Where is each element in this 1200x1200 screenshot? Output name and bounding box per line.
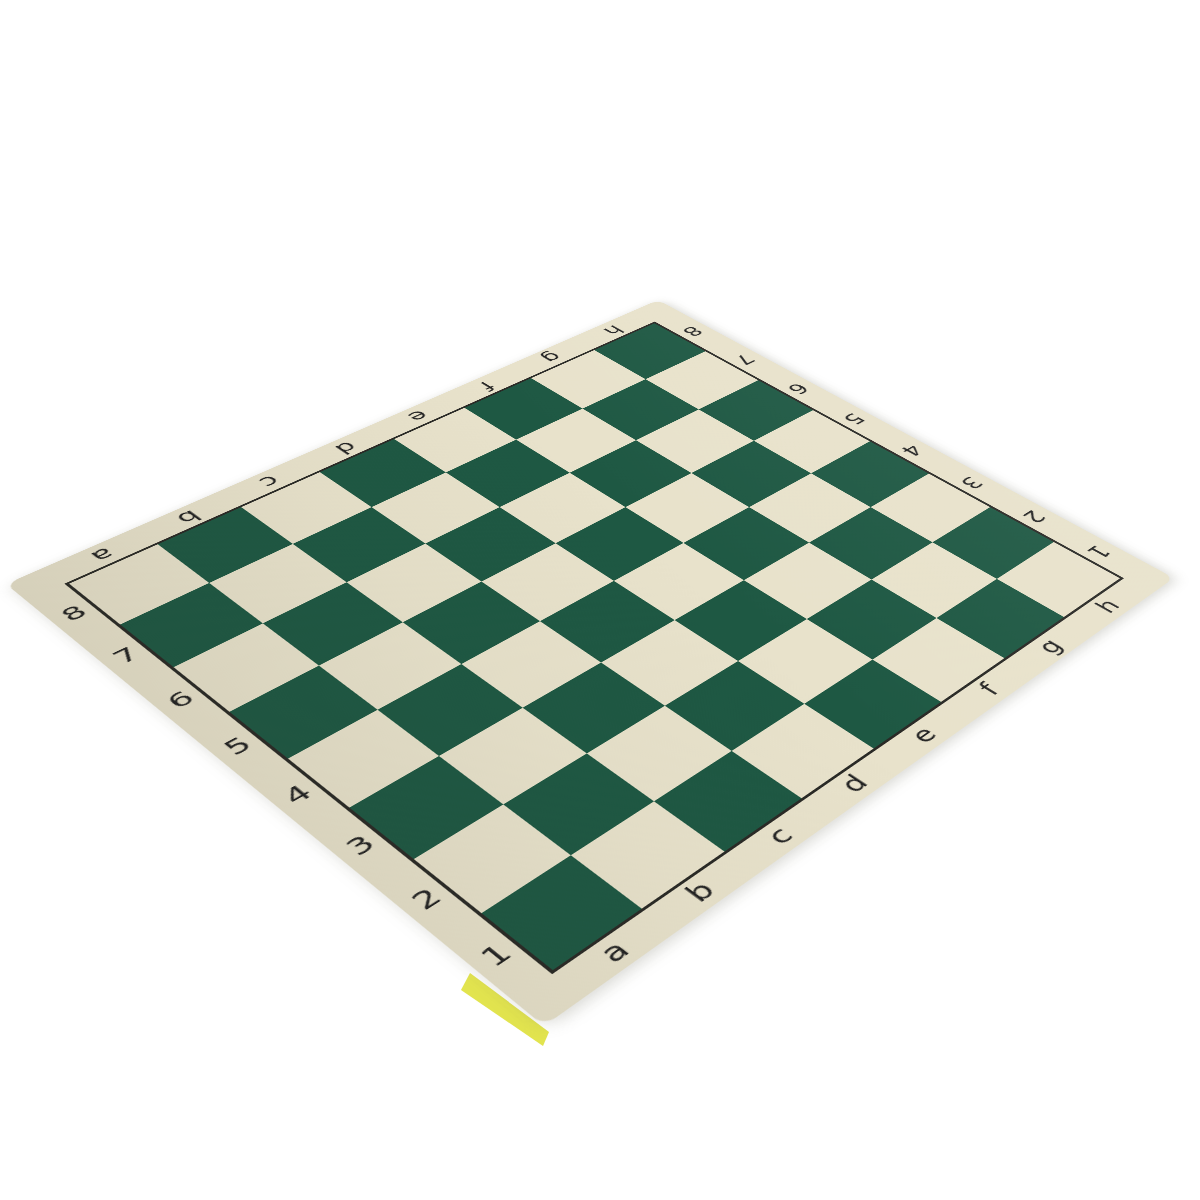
playing-area xyxy=(69,323,1120,970)
chess-board-mat: aa88bb77cc66dd55ee44ff33gg22hh11 xyxy=(6,300,1174,1026)
rank-label-left-4: 4 xyxy=(272,778,324,812)
rank-label-left-3: 3 xyxy=(334,828,387,864)
board-grid xyxy=(69,323,1120,970)
rank-label-left-2: 2 xyxy=(399,880,453,918)
photo-stage: aa88bb77cc66dd55ee44ff33gg22hh11 xyxy=(0,0,1200,1200)
rank-label-left-1: 1 xyxy=(468,935,523,975)
rank-label-left-6: 6 xyxy=(156,684,206,715)
rank-label-left-8: 8 xyxy=(50,599,98,627)
rank-label-left-7: 7 xyxy=(102,641,151,670)
rank-label-left-5: 5 xyxy=(212,730,263,762)
